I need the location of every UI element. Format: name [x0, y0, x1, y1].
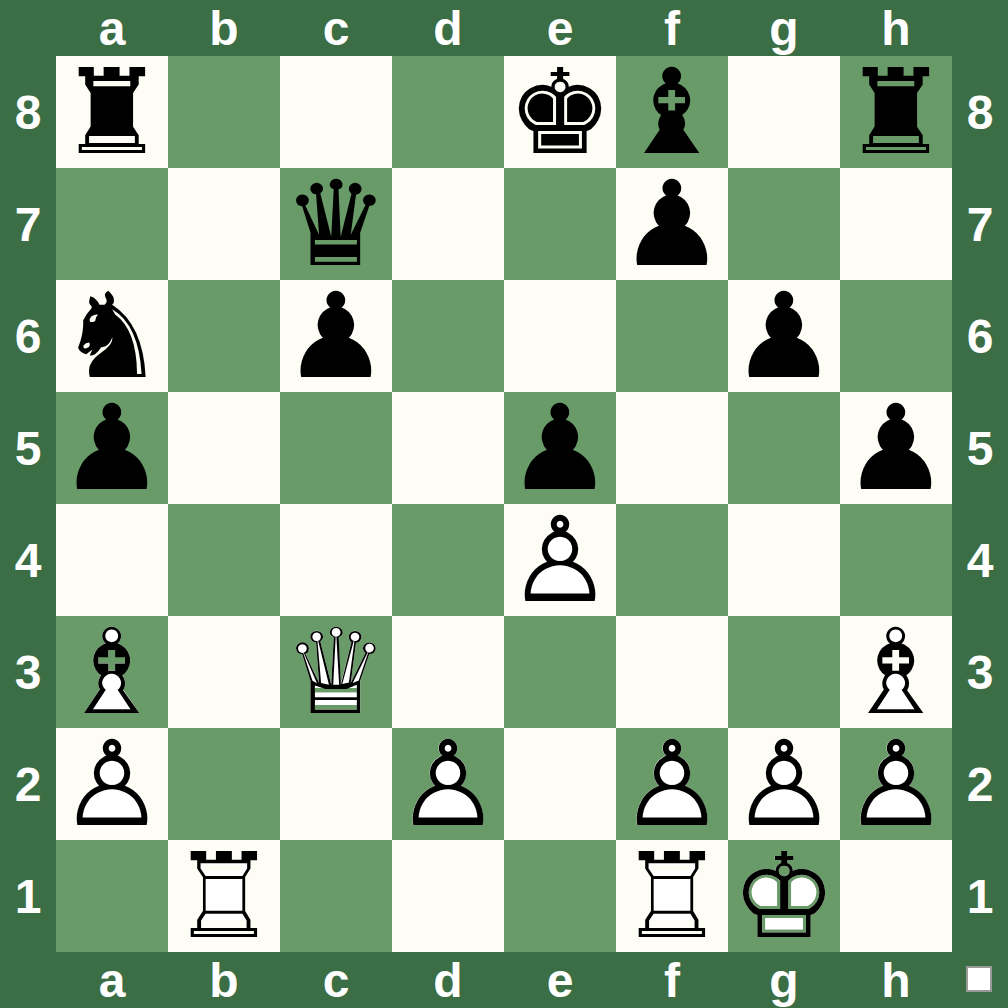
- square-d5[interactable]: [392, 392, 504, 504]
- black-bishop-f8[interactable]: ♝: [616, 56, 728, 168]
- square-e1[interactable]: [504, 840, 616, 952]
- white-to-move-indicator: [966, 966, 992, 992]
- white-pawn-outline-icon: ♙: [504, 504, 616, 616]
- white-rook-outline-icon: ♖: [616, 840, 728, 952]
- rank-label-8-left: 8: [0, 56, 56, 168]
- black-pawn-icon: ♟: [616, 168, 728, 280]
- square-e5[interactable]: ♟: [504, 392, 616, 504]
- square-b5[interactable]: [168, 392, 280, 504]
- square-d8[interactable]: [392, 56, 504, 168]
- square-h2[interactable]: ♟♙: [840, 728, 952, 840]
- black-king-icon: ♚: [504, 56, 616, 168]
- white-pawn-outline-icon: ♙: [840, 728, 952, 840]
- file-label-c-top: c: [280, 0, 392, 56]
- square-h5[interactable]: ♟: [840, 392, 952, 504]
- square-c8[interactable]: [280, 56, 392, 168]
- square-a8[interactable]: ♜: [56, 56, 168, 168]
- white-queen-c3[interactable]: ♛♕: [280, 616, 392, 728]
- white-queen-outline-icon: ♕: [280, 616, 392, 728]
- rank-label-3-left: 3: [0, 616, 56, 728]
- white-pawn-f2[interactable]: ♟♙: [616, 728, 728, 840]
- square-a4[interactable]: [56, 504, 168, 616]
- white-rook-b1[interactable]: ♜♖: [168, 840, 280, 952]
- square-a5[interactable]: ♟: [56, 392, 168, 504]
- square-b8[interactable]: [168, 56, 280, 168]
- rank-label-5-left: 5: [0, 392, 56, 504]
- square-a1[interactable]: [56, 840, 168, 952]
- square-a3[interactable]: ♝♗: [56, 616, 168, 728]
- white-pawn-g2[interactable]: ♟♙: [728, 728, 840, 840]
- file-label-d-top: d: [392, 0, 504, 56]
- square-d2[interactable]: ♟♙: [392, 728, 504, 840]
- square-d3[interactable]: [392, 616, 504, 728]
- square-b6[interactable]: [168, 280, 280, 392]
- square-g4[interactable]: [728, 504, 840, 616]
- black-pawn-h5[interactable]: ♟: [840, 392, 952, 504]
- rank-label-7-left: 7: [0, 168, 56, 280]
- square-h3[interactable]: ♝♗: [840, 616, 952, 728]
- chess-board-frame: abcdefgh abcdefgh 87654321 87654321 ♜♚♝♜…: [0, 0, 1008, 1008]
- white-pawn-h2[interactable]: ♟♙: [840, 728, 952, 840]
- rank-label-4-left: 4: [0, 504, 56, 616]
- white-king-g1[interactable]: ♚♔: [728, 840, 840, 952]
- square-f6[interactable]: [616, 280, 728, 392]
- chess-board: ♜♚♝♜♛♟♞♟♟♟♟♟♟♙♝♗♛♕♝♗♟♙♟♙♟♙♟♙♟♙♜♖♜♖♚♔: [56, 56, 952, 952]
- white-bishop-h3[interactable]: ♝♗: [840, 616, 952, 728]
- rank-label-6-left: 6: [0, 280, 56, 392]
- white-bishop-outline-icon: ♗: [56, 616, 168, 728]
- file-label-d-bottom: d: [392, 952, 504, 1008]
- square-c7[interactable]: ♛: [280, 168, 392, 280]
- white-pawn-e4[interactable]: ♟♙: [504, 504, 616, 616]
- black-rook-h8[interactable]: ♜: [840, 56, 952, 168]
- square-f4[interactable]: [616, 504, 728, 616]
- black-king-e8[interactable]: ♚: [504, 56, 616, 168]
- square-c6[interactable]: ♟: [280, 280, 392, 392]
- square-d1[interactable]: [392, 840, 504, 952]
- rank-label-6-right: 6: [952, 280, 1008, 392]
- square-e4[interactable]: ♟♙: [504, 504, 616, 616]
- square-g7[interactable]: [728, 168, 840, 280]
- square-f2[interactable]: ♟♙: [616, 728, 728, 840]
- white-pawn-outline-icon: ♙: [728, 728, 840, 840]
- square-b7[interactable]: [168, 168, 280, 280]
- square-h8[interactable]: ♜: [840, 56, 952, 168]
- black-queen-icon: ♛: [280, 168, 392, 280]
- square-g5[interactable]: [728, 392, 840, 504]
- square-f1[interactable]: ♜♖: [616, 840, 728, 952]
- black-rook-a8[interactable]: ♜: [56, 56, 168, 168]
- white-bishop-outline-icon: ♗: [840, 616, 952, 728]
- square-h4[interactable]: [840, 504, 952, 616]
- square-g2[interactable]: ♟♙: [728, 728, 840, 840]
- square-f3[interactable]: [616, 616, 728, 728]
- white-pawn-outline-icon: ♙: [392, 728, 504, 840]
- square-b3[interactable]: [168, 616, 280, 728]
- square-e7[interactable]: [504, 168, 616, 280]
- black-pawn-icon: ♟: [280, 280, 392, 392]
- square-b4[interactable]: [168, 504, 280, 616]
- square-c4[interactable]: [280, 504, 392, 616]
- rank-label-4-right: 4: [952, 504, 1008, 616]
- white-king-outline-icon: ♔: [728, 840, 840, 952]
- file-label-e-bottom: e: [504, 952, 616, 1008]
- square-d7[interactable]: [392, 168, 504, 280]
- file-label-g-top: g: [728, 0, 840, 56]
- square-e6[interactable]: [504, 280, 616, 392]
- white-pawn-outline-icon: ♙: [616, 728, 728, 840]
- square-a2[interactable]: ♟♙: [56, 728, 168, 840]
- square-e3[interactable]: [504, 616, 616, 728]
- square-c2[interactable]: [280, 728, 392, 840]
- square-c3[interactable]: ♛♕: [280, 616, 392, 728]
- black-pawn-g6[interactable]: ♟: [728, 280, 840, 392]
- white-pawn-a2[interactable]: ♟♙: [56, 728, 168, 840]
- rank-label-3-right: 3: [952, 616, 1008, 728]
- file-label-c-bottom: c: [280, 952, 392, 1008]
- square-a7[interactable]: [56, 168, 168, 280]
- square-d4[interactable]: [392, 504, 504, 616]
- rank-label-2-right: 2: [952, 728, 1008, 840]
- square-b1[interactable]: ♜♖: [168, 840, 280, 952]
- square-d6[interactable]: [392, 280, 504, 392]
- black-pawn-a5[interactable]: ♟: [56, 392, 168, 504]
- black-pawn-icon: ♟: [56, 392, 168, 504]
- white-pawn-d2[interactable]: ♟♙: [392, 728, 504, 840]
- square-g3[interactable]: [728, 616, 840, 728]
- black-pawn-e5[interactable]: ♟: [504, 392, 616, 504]
- black-knight-a6[interactable]: ♞: [56, 280, 168, 392]
- file-label-b-top: b: [168, 0, 280, 56]
- square-c1[interactable]: [280, 840, 392, 952]
- white-rook-outline-icon: ♖: [168, 840, 280, 952]
- square-h7[interactable]: [840, 168, 952, 280]
- file-label-a-bottom: a: [56, 952, 168, 1008]
- rank-labels-right: 87654321: [952, 56, 1008, 952]
- square-e8[interactable]: ♚: [504, 56, 616, 168]
- black-pawn-c6[interactable]: ♟: [280, 280, 392, 392]
- rank-label-8-right: 8: [952, 56, 1008, 168]
- rank-label-1-left: 1: [0, 840, 56, 952]
- square-g6[interactable]: ♟: [728, 280, 840, 392]
- rank-label-7-right: 7: [952, 168, 1008, 280]
- square-g1[interactable]: ♚♔: [728, 840, 840, 952]
- square-f5[interactable]: [616, 392, 728, 504]
- rank-label-5-right: 5: [952, 392, 1008, 504]
- rank-label-2-left: 2: [0, 728, 56, 840]
- square-g8[interactable]: [728, 56, 840, 168]
- square-h1[interactable]: [840, 840, 952, 952]
- white-rook-f1[interactable]: ♜♖: [616, 840, 728, 952]
- black-bishop-icon: ♝: [616, 56, 728, 168]
- square-f8[interactable]: ♝: [616, 56, 728, 168]
- rank-labels-left: 87654321: [0, 56, 56, 952]
- square-b2[interactable]: [168, 728, 280, 840]
- black-knight-icon: ♞: [56, 280, 168, 392]
- square-e2[interactable]: [504, 728, 616, 840]
- black-rook-icon: ♜: [840, 56, 952, 168]
- black-queen-c7[interactable]: ♛: [280, 168, 392, 280]
- file-label-h-bottom: h: [840, 952, 952, 1008]
- square-a6[interactable]: ♞: [56, 280, 168, 392]
- square-f7[interactable]: ♟: [616, 168, 728, 280]
- square-h6[interactable]: [840, 280, 952, 392]
- black-rook-icon: ♜: [56, 56, 168, 168]
- black-pawn-icon: ♟: [504, 392, 616, 504]
- square-c5[interactable]: [280, 392, 392, 504]
- white-bishop-a3[interactable]: ♝♗: [56, 616, 168, 728]
- rank-label-1-right: 1: [952, 840, 1008, 952]
- white-pawn-outline-icon: ♙: [56, 728, 168, 840]
- black-pawn-icon: ♟: [840, 392, 952, 504]
- black-pawn-f7[interactable]: ♟: [616, 168, 728, 280]
- black-pawn-icon: ♟: [728, 280, 840, 392]
- file-labels-top: abcdefgh: [56, 0, 952, 56]
